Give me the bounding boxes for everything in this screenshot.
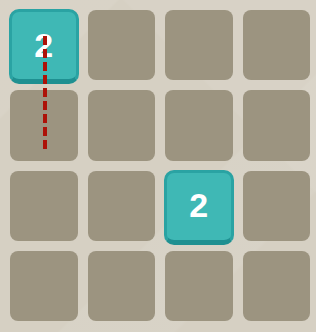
board-cell-r3c1 (88, 251, 156, 321)
board-cell-r3c2 (165, 251, 233, 321)
game-board[interactable]: 22 (0, 0, 316, 332)
board-cell-r0c1 (88, 10, 156, 80)
board-cell-r0c0: 2 (10, 10, 78, 80)
board-cell-r1c2 (165, 90, 233, 160)
board-cell-r2c2: 2 (165, 171, 233, 241)
board-cell-r3c0 (10, 251, 78, 321)
board-cell-r3c3 (243, 251, 311, 321)
board-cell-r1c0 (10, 90, 78, 160)
tile-value: 2 (34, 28, 53, 62)
board-cell-r1c1 (88, 90, 156, 160)
tile-value: 2 (189, 188, 208, 222)
board-cell-r0c2 (165, 10, 233, 80)
board-cell-r2c3 (243, 171, 311, 241)
board-cell-r1c3 (243, 90, 311, 160)
tile-2: 2 (164, 170, 234, 245)
board-cell-r0c3 (243, 10, 311, 80)
board-cell-r2c0 (10, 171, 78, 241)
tile-2: 2 (9, 9, 79, 84)
board-cell-r2c1 (88, 171, 156, 241)
game-screen: 22 (0, 0, 316, 332)
